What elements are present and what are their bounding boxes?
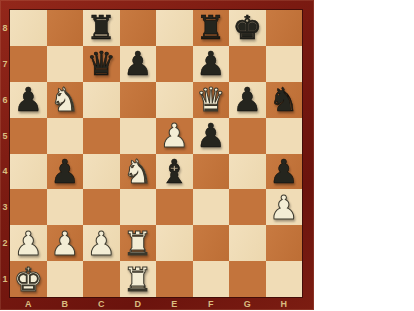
file-label-e: E <box>156 297 193 310</box>
black-bishop-e4[interactable]: ♝ <box>159 155 189 188</box>
square-e7[interactable] <box>156 46 193 82</box>
square-f6[interactable]: ♛ <box>193 82 230 118</box>
rank-label-8: 8 <box>0 10 10 46</box>
square-f7[interactable]: ♟ <box>193 46 230 82</box>
square-d2[interactable]: ♜ <box>120 225 157 261</box>
square-e5[interactable]: ♟ <box>156 118 193 154</box>
square-b6[interactable]: ♞ <box>47 82 84 118</box>
white-king-a1[interactable]: ♚ <box>13 263 43 296</box>
square-g4[interactable] <box>229 154 266 190</box>
rank-label-6: 6 <box>0 82 10 118</box>
square-a8[interactable] <box>10 10 47 46</box>
file-label-b: B <box>47 297 84 310</box>
black-rook-c8[interactable]: ♜ <box>86 11 116 44</box>
file-label-h: H <box>266 297 303 310</box>
square-a1[interactable]: ♚ <box>10 261 47 297</box>
square-h4[interactable]: ♟ <box>266 154 303 190</box>
white-pawn-c2[interactable]: ♟ <box>86 227 116 260</box>
black-knight-h6[interactable]: ♞ <box>269 83 299 116</box>
file-label-g: G <box>229 297 266 310</box>
square-d4[interactable]: ♞ <box>120 154 157 190</box>
square-c8[interactable]: ♜ <box>83 10 120 46</box>
file-label-a: A <box>10 297 47 310</box>
black-queen-c7[interactable]: ♛ <box>86 47 116 80</box>
square-e8[interactable] <box>156 10 193 46</box>
file-label-f: F <box>193 297 230 310</box>
square-a7[interactable] <box>10 46 47 82</box>
square-b1[interactable] <box>47 261 84 297</box>
square-d8[interactable] <box>120 10 157 46</box>
square-h3[interactable]: ♟ <box>266 189 303 225</box>
rank-label-5: 5 <box>0 118 10 154</box>
square-e2[interactable] <box>156 225 193 261</box>
white-pawn-b2[interactable]: ♟ <box>50 227 80 260</box>
square-e1[interactable] <box>156 261 193 297</box>
black-king-g8[interactable]: ♚ <box>232 11 262 44</box>
black-rook-f8[interactable]: ♜ <box>196 11 226 44</box>
white-knight-d4[interactable]: ♞ <box>123 155 153 188</box>
rank-label-2: 2 <box>0 225 10 261</box>
rank-labels: 87654321 <box>0 10 10 297</box>
square-b8[interactable] <box>47 10 84 46</box>
rank-label-1: 1 <box>0 261 10 297</box>
square-c2[interactable]: ♟ <box>83 225 120 261</box>
square-g1[interactable] <box>229 261 266 297</box>
square-c1[interactable] <box>83 261 120 297</box>
square-h6[interactable]: ♞ <box>266 82 303 118</box>
black-pawn-h4[interactable]: ♟ <box>269 155 299 188</box>
square-f8[interactable]: ♜ <box>193 10 230 46</box>
white-pawn-a2[interactable]: ♟ <box>13 227 43 260</box>
rank-label-7: 7 <box>0 46 10 82</box>
square-a5[interactable] <box>10 118 47 154</box>
square-h1[interactable] <box>266 261 303 297</box>
square-b5[interactable] <box>47 118 84 154</box>
square-a2[interactable]: ♟ <box>10 225 47 261</box>
white-rook-d2[interactable]: ♜ <box>123 227 153 260</box>
chess-board: ♜♜♚♛♟♟♟♞♛♟♞♟♟♟♞♝♟♟♟♟♟♜♚♜ <box>10 10 302 297</box>
square-g2[interactable] <box>229 225 266 261</box>
square-e6[interactable] <box>156 82 193 118</box>
square-f3[interactable] <box>193 189 230 225</box>
square-b3[interactable] <box>47 189 84 225</box>
square-a6[interactable]: ♟ <box>10 82 47 118</box>
square-c5[interactable] <box>83 118 120 154</box>
square-g8[interactable]: ♚ <box>229 10 266 46</box>
square-d6[interactable] <box>120 82 157 118</box>
file-label-c: C <box>83 297 120 310</box>
square-f5[interactable]: ♟ <box>193 118 230 154</box>
square-g6[interactable]: ♟ <box>229 82 266 118</box>
black-pawn-d7[interactable]: ♟ <box>123 47 153 80</box>
file-labels: ABCDEFGH <box>10 297 302 310</box>
black-pawn-f7[interactable]: ♟ <box>196 47 226 80</box>
rank-label-4: 4 <box>0 154 10 190</box>
square-d7[interactable]: ♟ <box>120 46 157 82</box>
square-g5[interactable] <box>229 118 266 154</box>
square-e3[interactable] <box>156 189 193 225</box>
square-c3[interactable] <box>83 189 120 225</box>
square-a3[interactable] <box>10 189 47 225</box>
square-f2[interactable] <box>193 225 230 261</box>
black-pawn-a6[interactable]: ♟ <box>13 83 43 116</box>
square-e4[interactable]: ♝ <box>156 154 193 190</box>
white-rook-d1[interactable]: ♜ <box>123 263 153 296</box>
black-pawn-b4[interactable]: ♟ <box>50 155 80 188</box>
square-g7[interactable] <box>229 46 266 82</box>
white-pawn-h3[interactable]: ♟ <box>269 191 299 224</box>
square-h8[interactable] <box>266 10 303 46</box>
white-knight-b6[interactable]: ♞ <box>50 83 80 116</box>
square-b4[interactable]: ♟ <box>47 154 84 190</box>
black-pawn-g6[interactable]: ♟ <box>232 83 262 116</box>
square-b2[interactable]: ♟ <box>47 225 84 261</box>
file-label-d: D <box>120 297 157 310</box>
square-a4[interactable] <box>10 154 47 190</box>
square-d1[interactable]: ♜ <box>120 261 157 297</box>
square-h2[interactable] <box>266 225 303 261</box>
black-pawn-f5[interactable]: ♟ <box>196 119 226 152</box>
white-pawn-e5[interactable]: ♟ <box>159 119 189 152</box>
square-g3[interactable] <box>229 189 266 225</box>
square-d5[interactable] <box>120 118 157 154</box>
square-f1[interactable] <box>193 261 230 297</box>
square-h7[interactable] <box>266 46 303 82</box>
square-h5[interactable] <box>266 118 303 154</box>
square-d3[interactable] <box>120 189 157 225</box>
white-queen-f6[interactable]: ♛ <box>196 83 226 116</box>
square-f4[interactable] <box>193 154 230 190</box>
square-b7[interactable] <box>47 46 84 82</box>
rank-label-3: 3 <box>0 189 10 225</box>
square-c6[interactable] <box>83 82 120 118</box>
square-c4[interactable] <box>83 154 120 190</box>
board-frame: 87654321 ♜♜♚♛♟♟♟♞♛♟♞♟♟♟♞♝♟♟♟♟♟♜♚♜ ABCDEF… <box>0 0 314 310</box>
square-c7[interactable]: ♛ <box>83 46 120 82</box>
